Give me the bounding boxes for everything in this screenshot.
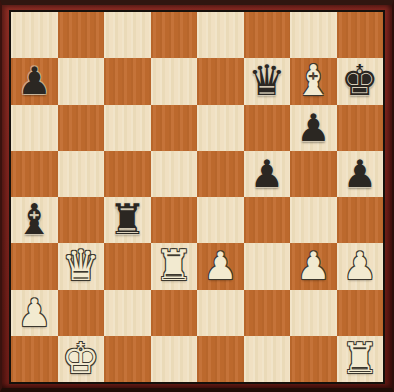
piece-black-pawn[interactable]: ♟	[17, 58, 51, 104]
square-b1[interactable]: ♚	[58, 336, 105, 382]
piece-black-pawn[interactable]: ♟	[296, 105, 330, 151]
square-c5[interactable]	[104, 151, 151, 197]
square-b7[interactable]	[58, 58, 105, 104]
piece-white-pawn[interactable]: ♟	[296, 243, 330, 289]
square-a5[interactable]	[11, 151, 58, 197]
square-c2[interactable]	[104, 290, 151, 336]
square-h1[interactable]: ♜	[337, 336, 384, 382]
square-b4[interactable]	[58, 197, 105, 243]
square-g3[interactable]: ♟	[290, 243, 337, 289]
square-e1[interactable]	[197, 336, 244, 382]
square-e8[interactable]	[197, 12, 244, 58]
square-h8[interactable]	[337, 12, 384, 58]
piece-white-rook[interactable]: ♜	[341, 336, 379, 382]
square-a4[interactable]: ♝	[11, 197, 58, 243]
piece-black-queen[interactable]: ♛	[248, 58, 286, 104]
piece-white-pawn[interactable]: ♟	[17, 290, 51, 336]
square-d1[interactable]	[151, 336, 198, 382]
square-c7[interactable]	[104, 58, 151, 104]
square-b8[interactable]	[58, 12, 105, 58]
square-e3[interactable]: ♟	[197, 243, 244, 289]
chess-diagram: ♟♛♝♚♟♟♟♝♜♛♜♟♟♟♟♚♜	[0, 0, 394, 392]
square-g1[interactable]	[290, 336, 337, 382]
square-a6[interactable]	[11, 105, 58, 151]
square-e4[interactable]	[197, 197, 244, 243]
piece-white-bishop[interactable]: ♝	[294, 58, 332, 104]
square-d8[interactable]	[151, 12, 198, 58]
square-d2[interactable]	[151, 290, 198, 336]
square-h2[interactable]	[337, 290, 384, 336]
piece-black-pawn[interactable]: ♟	[343, 151, 377, 197]
square-b3[interactable]: ♛	[58, 243, 105, 289]
square-h4[interactable]	[337, 197, 384, 243]
square-a7[interactable]: ♟	[11, 58, 58, 104]
square-f5[interactable]: ♟	[244, 151, 291, 197]
square-b2[interactable]	[58, 290, 105, 336]
chess-board: ♟♛♝♚♟♟♟♝♜♛♜♟♟♟♟♚♜	[9, 10, 385, 384]
square-g4[interactable]	[290, 197, 337, 243]
square-a2[interactable]: ♟	[11, 290, 58, 336]
square-g2[interactable]	[290, 290, 337, 336]
square-a3[interactable]	[11, 243, 58, 289]
square-c1[interactable]	[104, 336, 151, 382]
piece-white-pawn[interactable]: ♟	[343, 243, 377, 289]
square-h3[interactable]: ♟	[337, 243, 384, 289]
square-g6[interactable]: ♟	[290, 105, 337, 151]
square-e6[interactable]	[197, 105, 244, 151]
square-d3[interactable]: ♜	[151, 243, 198, 289]
square-f6[interactable]	[244, 105, 291, 151]
square-c3[interactable]	[104, 243, 151, 289]
square-f1[interactable]	[244, 336, 291, 382]
board-frame: ♟♛♝♚♟♟♟♝♜♛♜♟♟♟♟♚♜	[0, 0, 394, 392]
square-e2[interactable]	[197, 290, 244, 336]
piece-white-queen[interactable]: ♛	[62, 243, 100, 289]
square-d7[interactable]	[151, 58, 198, 104]
piece-black-rook[interactable]: ♜	[108, 197, 146, 243]
piece-white-king[interactable]: ♚	[62, 336, 100, 382]
piece-white-rook[interactable]: ♜	[155, 243, 193, 289]
square-f3[interactable]	[244, 243, 291, 289]
square-e7[interactable]	[197, 58, 244, 104]
piece-black-king[interactable]: ♚	[341, 58, 379, 104]
square-h7[interactable]: ♚	[337, 58, 384, 104]
square-g5[interactable]	[290, 151, 337, 197]
square-a1[interactable]	[11, 336, 58, 382]
square-c8[interactable]	[104, 12, 151, 58]
square-c6[interactable]	[104, 105, 151, 151]
square-d4[interactable]	[151, 197, 198, 243]
square-c4[interactable]: ♜	[104, 197, 151, 243]
square-d6[interactable]	[151, 105, 198, 151]
square-f7[interactable]: ♛	[244, 58, 291, 104]
piece-black-bishop[interactable]: ♝	[15, 197, 53, 243]
square-g7[interactable]: ♝	[290, 58, 337, 104]
square-e5[interactable]	[197, 151, 244, 197]
square-b6[interactable]	[58, 105, 105, 151]
square-h6[interactable]	[337, 105, 384, 151]
piece-white-pawn[interactable]: ♟	[203, 243, 237, 289]
square-g8[interactable]	[290, 12, 337, 58]
square-f2[interactable]	[244, 290, 291, 336]
square-h5[interactable]: ♟	[337, 151, 384, 197]
square-d5[interactable]	[151, 151, 198, 197]
square-b5[interactable]	[58, 151, 105, 197]
square-a8[interactable]	[11, 12, 58, 58]
piece-black-pawn[interactable]: ♟	[250, 151, 284, 197]
square-f4[interactable]	[244, 197, 291, 243]
square-f8[interactable]	[244, 12, 291, 58]
